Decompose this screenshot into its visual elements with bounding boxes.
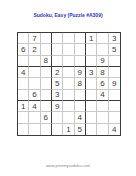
cell-r3c3: 8 xyxy=(41,56,52,67)
cell-r9c9: 4 xyxy=(109,124,120,135)
cell-r5c7 xyxy=(86,78,97,89)
cell-r4c5 xyxy=(63,67,74,78)
cell-r2c1: 6 xyxy=(18,44,29,55)
cell-r9c8 xyxy=(97,124,108,135)
cell-r1c3 xyxy=(41,33,52,44)
cell-r4c2 xyxy=(29,67,40,78)
cell-r8c5 xyxy=(63,112,74,123)
cell-r8c1 xyxy=(18,112,29,123)
cell-r6c8: 4 xyxy=(97,90,108,101)
cell-r5c5 xyxy=(63,78,74,89)
cell-r2c9: 5 xyxy=(109,44,120,55)
cell-r8c9 xyxy=(109,112,120,123)
cell-r2c8 xyxy=(97,44,108,55)
cell-r7c1: 1 xyxy=(18,101,29,112)
cell-r6c5 xyxy=(63,90,74,101)
cell-r6c1 xyxy=(18,90,29,101)
cell-r9c1 xyxy=(18,124,29,135)
cell-r3c6 xyxy=(75,56,86,67)
cell-r9c7 xyxy=(86,124,97,135)
cell-r4c9 xyxy=(109,67,120,78)
cell-r4c7: 3 xyxy=(86,67,97,78)
cell-r3c2 xyxy=(29,56,40,67)
cell-r3c4 xyxy=(52,56,63,67)
cell-r6c9 xyxy=(109,90,120,101)
cell-r9c4 xyxy=(52,124,63,135)
cell-r3c1 xyxy=(18,56,29,67)
cell-r9c6: 5 xyxy=(75,124,86,135)
cell-r9c5: 1 xyxy=(63,124,74,135)
cell-r8c3: 6 xyxy=(41,112,52,123)
cell-r8c6: 4 xyxy=(75,112,86,123)
cell-r4c1: 4 xyxy=(18,67,29,78)
cell-r1c4 xyxy=(52,33,63,44)
cell-r3c9 xyxy=(109,56,120,67)
cell-r5c1 xyxy=(18,78,29,89)
cell-r5c9: 9 xyxy=(109,78,120,89)
cell-r3c8: 9 xyxy=(97,56,108,67)
cell-r6c7 xyxy=(86,90,97,101)
cell-r4c3 xyxy=(41,67,52,78)
cell-r1c1 xyxy=(18,33,29,44)
cell-r7c6 xyxy=(75,101,86,112)
cell-r1c6 xyxy=(75,33,86,44)
cell-r2c2: 2 xyxy=(29,44,40,55)
cell-r8c2 xyxy=(29,112,40,123)
cell-r4c4: 2 xyxy=(52,67,63,78)
cell-r7c7 xyxy=(86,101,97,112)
cell-r1c7: 1 xyxy=(86,33,97,44)
page-title: Sudoku, Easy (Puzzle #A309) xyxy=(0,12,136,18)
cell-r8c7 xyxy=(86,112,97,123)
cell-r1c8 xyxy=(97,33,108,44)
cell-r9c2 xyxy=(29,124,40,135)
cell-r7c4: 9 xyxy=(52,101,63,112)
cell-r1c9: 3 xyxy=(109,33,120,44)
cell-r5c8: 6 xyxy=(97,78,108,89)
cell-r3c7 xyxy=(86,56,97,67)
cell-r5c4: 5 xyxy=(52,78,63,89)
cell-r7c8 xyxy=(97,101,108,112)
cell-r9c3 xyxy=(41,124,52,135)
cell-r7c5 xyxy=(63,101,74,112)
cell-r2c5 xyxy=(63,44,74,55)
sudoku-board: 7136258942938586963414964154 xyxy=(17,32,121,136)
cell-r5c6: 8 xyxy=(75,78,86,89)
cell-r8c4 xyxy=(52,112,63,123)
cell-r6c2: 6 xyxy=(29,90,40,101)
cell-r7c9 xyxy=(109,101,120,112)
cell-r2c6 xyxy=(75,44,86,55)
cell-r3c5 xyxy=(63,56,74,67)
cell-r1c2: 7 xyxy=(29,33,40,44)
footer-url: www.printmysudoku.com xyxy=(0,163,136,168)
cell-r6c4: 3 xyxy=(52,90,63,101)
cell-r1c5 xyxy=(63,33,74,44)
cell-r2c7 xyxy=(86,44,97,55)
cell-r5c3 xyxy=(41,78,52,89)
sudoku-page: Sudoku, Easy (Puzzle #A309) 713625894293… xyxy=(0,0,136,176)
cell-r2c4 xyxy=(52,44,63,55)
cell-r7c2: 4 xyxy=(29,101,40,112)
cell-r8c8 xyxy=(97,112,108,123)
cell-r6c3 xyxy=(41,90,52,101)
cell-r7c3 xyxy=(41,101,52,112)
cell-r6c6 xyxy=(75,90,86,101)
cell-r2c3 xyxy=(41,44,52,55)
cell-r4c8: 8 xyxy=(97,67,108,78)
cell-r4c6: 9 xyxy=(75,67,86,78)
cell-r5c2 xyxy=(29,78,40,89)
